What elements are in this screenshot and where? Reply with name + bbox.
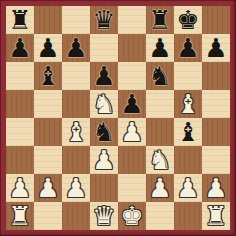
piece-black-bishop[interactable]: ♝ [176, 118, 199, 146]
piece-black-king[interactable]: ♚ [176, 6, 199, 34]
piece-black-pawn[interactable]: ♟ [148, 34, 171, 62]
piece-black-pawn[interactable]: ♟ [64, 34, 87, 62]
piece-white-pawn[interactable]: ♟ [92, 146, 115, 174]
square-e1[interactable]: ♚ [118, 202, 146, 230]
piece-black-pawn[interactable]: ♟ [36, 34, 59, 62]
square-f6[interactable]: ♞ [146, 62, 174, 90]
square-c6[interactable] [62, 62, 90, 90]
square-a7[interactable]: ♟ [6, 34, 34, 62]
square-a5[interactable] [6, 90, 34, 118]
piece-white-rook[interactable]: ♜ [8, 202, 31, 230]
piece-white-pawn[interactable]: ♟ [64, 174, 87, 202]
piece-black-pawn[interactable]: ♟ [92, 62, 115, 90]
square-c7[interactable]: ♟ [62, 34, 90, 62]
piece-black-rook[interactable]: ♜ [148, 6, 171, 34]
square-e8[interactable] [118, 6, 146, 34]
piece-black-bishop[interactable]: ♝ [36, 62, 59, 90]
square-d1[interactable]: ♛ [90, 202, 118, 230]
square-g6[interactable] [174, 62, 202, 90]
square-h6[interactable] [202, 62, 230, 90]
square-e2[interactable] [118, 174, 146, 202]
piece-white-pawn[interactable]: ♟ [120, 118, 143, 146]
square-f4[interactable] [146, 118, 174, 146]
square-c4[interactable]: ♝ [62, 118, 90, 146]
square-f7[interactable]: ♟ [146, 34, 174, 62]
square-f2[interactable]: ♟ [146, 174, 174, 202]
square-c5[interactable] [62, 90, 90, 118]
square-f5[interactable] [146, 90, 174, 118]
square-b5[interactable] [34, 90, 62, 118]
square-h2[interactable]: ♟ [202, 174, 230, 202]
square-h4[interactable] [202, 118, 230, 146]
square-c2[interactable]: ♟ [62, 174, 90, 202]
piece-white-knight[interactable]: ♞ [148, 146, 171, 174]
board-frame: ♜♛♜♚♟♟♟♟♟♟♝♟♞♞♟♝♝♞♟♝♟♞♟♟♟♟♟♟♜♛♚♜ [0, 0, 236, 236]
square-g7[interactable]: ♟ [174, 34, 202, 62]
square-h8[interactable] [202, 6, 230, 34]
square-b7[interactable]: ♟ [34, 34, 62, 62]
piece-white-pawn[interactable]: ♟ [148, 174, 171, 202]
piece-white-knight[interactable]: ♞ [92, 90, 115, 118]
square-f1[interactable] [146, 202, 174, 230]
square-h5[interactable] [202, 90, 230, 118]
square-f3[interactable]: ♞ [146, 146, 174, 174]
piece-black-rook[interactable]: ♜ [8, 6, 31, 34]
square-b1[interactable] [34, 202, 62, 230]
square-d4[interactable]: ♞ [90, 118, 118, 146]
piece-black-pawn[interactable]: ♟ [204, 34, 227, 62]
square-d6[interactable]: ♟ [90, 62, 118, 90]
square-g8[interactable]: ♚ [174, 6, 202, 34]
square-f8[interactable]: ♜ [146, 6, 174, 34]
piece-black-knight[interactable]: ♞ [148, 62, 171, 90]
square-e5[interactable]: ♟ [118, 90, 146, 118]
square-g3[interactable] [174, 146, 202, 174]
piece-white-pawn[interactable]: ♟ [36, 174, 59, 202]
square-b6[interactable]: ♝ [34, 62, 62, 90]
square-b8[interactable] [34, 6, 62, 34]
square-e7[interactable] [118, 34, 146, 62]
square-c3[interactable] [62, 146, 90, 174]
square-a6[interactable] [6, 62, 34, 90]
piece-black-knight[interactable]: ♞ [92, 118, 115, 146]
square-h1[interactable]: ♜ [202, 202, 230, 230]
piece-white-bishop[interactable]: ♝ [176, 90, 199, 118]
square-e6[interactable] [118, 62, 146, 90]
piece-white-bishop[interactable]: ♝ [64, 118, 87, 146]
square-c1[interactable] [62, 202, 90, 230]
piece-black-queen[interactable]: ♛ [92, 6, 115, 34]
square-d3[interactable]: ♟ [90, 146, 118, 174]
square-d7[interactable] [90, 34, 118, 62]
square-g4[interactable]: ♝ [174, 118, 202, 146]
square-b4[interactable] [34, 118, 62, 146]
square-e4[interactable]: ♟ [118, 118, 146, 146]
square-d5[interactable]: ♞ [90, 90, 118, 118]
piece-black-pawn[interactable]: ♟ [176, 34, 199, 62]
square-g1[interactable] [174, 202, 202, 230]
piece-white-pawn[interactable]: ♟ [204, 174, 227, 202]
piece-black-pawn[interactable]: ♟ [120, 90, 143, 118]
square-a4[interactable] [6, 118, 34, 146]
chess-board: ♜♛♜♚♟♟♟♟♟♟♝♟♞♞♟♝♝♞♟♝♟♞♟♟♟♟♟♟♜♛♚♜ [6, 6, 230, 230]
piece-white-queen[interactable]: ♛ [92, 202, 115, 230]
square-d8[interactable]: ♛ [90, 6, 118, 34]
piece-white-pawn[interactable]: ♟ [8, 174, 31, 202]
square-h7[interactable]: ♟ [202, 34, 230, 62]
square-h3[interactable] [202, 146, 230, 174]
square-c8[interactable] [62, 6, 90, 34]
square-g2[interactable]: ♟ [174, 174, 202, 202]
square-e3[interactable] [118, 146, 146, 174]
square-a2[interactable]: ♟ [6, 174, 34, 202]
piece-white-pawn[interactable]: ♟ [176, 174, 199, 202]
square-a1[interactable]: ♜ [6, 202, 34, 230]
square-a8[interactable]: ♜ [6, 6, 34, 34]
piece-white-king[interactable]: ♚ [120, 202, 143, 230]
square-d2[interactable] [90, 174, 118, 202]
square-g5[interactable]: ♝ [174, 90, 202, 118]
square-a3[interactable] [6, 146, 34, 174]
square-b3[interactable] [34, 146, 62, 174]
square-b2[interactable]: ♟ [34, 174, 62, 202]
piece-black-pawn[interactable]: ♟ [8, 34, 31, 62]
piece-white-rook[interactable]: ♜ [204, 202, 227, 230]
